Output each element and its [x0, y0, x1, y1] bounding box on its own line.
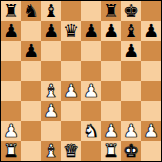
square-b5[interactable]	[21, 61, 41, 81]
square-h5[interactable]	[141, 61, 161, 81]
piece-black-rook: ♜	[103, 1, 119, 21]
square-c3[interactable]: ♟	[41, 101, 61, 121]
square-h7[interactable]: ♟	[141, 21, 161, 41]
piece-black-pawn: ♟	[43, 21, 59, 41]
square-e2[interactable]: ♞	[81, 121, 101, 141]
chess-board: ♜♞♝♜♚♟♟♛♟♟♝♟♟♟♝♟♟♟♟♞♟♟♟♜♝♛♜♚	[0, 0, 162, 162]
piece-white-pawn: ♟	[3, 121, 19, 141]
square-e7[interactable]: ♟	[81, 21, 101, 41]
square-a5[interactable]	[1, 61, 21, 81]
square-c1[interactable]: ♝	[41, 141, 61, 161]
piece-white-pawn: ♟	[103, 121, 119, 141]
square-g7[interactable]: ♝	[121, 21, 141, 41]
square-f2[interactable]: ♟	[101, 121, 121, 141]
piece-black-pawn: ♟	[123, 41, 139, 61]
square-a3[interactable]	[1, 101, 21, 121]
square-f1[interactable]: ♜	[101, 141, 121, 161]
square-f3[interactable]	[101, 101, 121, 121]
square-a2[interactable]: ♟	[1, 121, 21, 141]
square-d3[interactable]	[61, 101, 81, 121]
piece-white-pawn: ♟	[143, 121, 159, 141]
piece-black-pawn: ♟	[3, 21, 19, 41]
square-g1[interactable]: ♚	[121, 141, 141, 161]
square-f6[interactable]	[101, 41, 121, 61]
piece-white-knight: ♞	[83, 121, 99, 141]
square-e1[interactable]	[81, 141, 101, 161]
piece-black-queen: ♛	[63, 21, 79, 41]
square-b6[interactable]: ♟	[21, 41, 41, 61]
square-b7[interactable]	[21, 21, 41, 41]
piece-white-rook: ♜	[3, 141, 19, 161]
square-g8[interactable]: ♚	[121, 1, 141, 21]
square-b3[interactable]	[21, 101, 41, 121]
square-h8[interactable]	[141, 1, 161, 21]
square-e8[interactable]	[81, 1, 101, 21]
square-a8[interactable]: ♜	[1, 1, 21, 21]
square-d2[interactable]	[61, 121, 81, 141]
square-c5[interactable]	[41, 61, 61, 81]
piece-black-pawn: ♟	[23, 41, 39, 61]
square-c2[interactable]	[41, 121, 61, 141]
square-f7[interactable]: ♟	[101, 21, 121, 41]
square-b1[interactable]	[21, 141, 41, 161]
square-h4[interactable]	[141, 81, 161, 101]
square-b4[interactable]	[21, 81, 41, 101]
piece-white-bishop: ♝	[43, 141, 59, 161]
square-g5[interactable]	[121, 61, 141, 81]
square-f8[interactable]: ♜	[101, 1, 121, 21]
piece-black-rook: ♜	[3, 1, 19, 21]
square-e5[interactable]	[81, 61, 101, 81]
square-h1[interactable]	[141, 141, 161, 161]
piece-black-bishop: ♝	[123, 21, 139, 41]
piece-white-pawn: ♟	[63, 81, 79, 101]
square-d5[interactable]	[61, 61, 81, 81]
square-c6[interactable]	[41, 41, 61, 61]
square-d8[interactable]	[61, 1, 81, 21]
piece-white-rook: ♜	[103, 141, 119, 161]
square-g4[interactable]	[121, 81, 141, 101]
square-d6[interactable]	[61, 41, 81, 61]
square-c7[interactable]: ♟	[41, 21, 61, 41]
square-f4[interactable]	[101, 81, 121, 101]
square-c8[interactable]: ♝	[41, 1, 61, 21]
piece-white-bishop: ♝	[43, 81, 59, 101]
square-e3[interactable]	[81, 101, 101, 121]
square-d4[interactable]: ♟	[61, 81, 81, 101]
chess-board-window: ♜♞♝♜♚♟♟♛♟♟♝♟♟♟♝♟♟♟♟♞♟♟♟♜♝♛♜♚	[0, 0, 162, 162]
square-d7[interactable]: ♛	[61, 21, 81, 41]
piece-white-pawn: ♟	[123, 121, 139, 141]
square-e6[interactable]	[81, 41, 101, 61]
piece-white-king: ♚	[123, 141, 139, 161]
square-g6[interactable]: ♟	[121, 41, 141, 61]
piece-white-pawn: ♟	[83, 81, 99, 101]
square-b8[interactable]: ♞	[21, 1, 41, 21]
piece-black-pawn: ♟	[143, 21, 159, 41]
square-f5[interactable]	[101, 61, 121, 81]
square-h2[interactable]: ♟	[141, 121, 161, 141]
square-a4[interactable]	[1, 81, 21, 101]
piece-black-king: ♚	[123, 1, 139, 21]
square-e4[interactable]: ♟	[81, 81, 101, 101]
piece-black-pawn: ♟	[103, 21, 119, 41]
square-a6[interactable]	[1, 41, 21, 61]
square-b2[interactable]	[21, 121, 41, 141]
square-c4[interactable]: ♝	[41, 81, 61, 101]
square-g3[interactable]	[121, 101, 141, 121]
piece-white-pawn: ♟	[43, 101, 59, 121]
square-a1[interactable]: ♜	[1, 141, 21, 161]
square-h3[interactable]	[141, 101, 161, 121]
square-a7[interactable]: ♟	[1, 21, 21, 41]
piece-white-queen: ♛	[63, 141, 79, 161]
piece-black-knight: ♞	[23, 1, 39, 21]
square-g2[interactable]: ♟	[121, 121, 141, 141]
piece-black-bishop: ♝	[43, 1, 59, 21]
square-d1[interactable]: ♛	[61, 141, 81, 161]
square-h6[interactable]	[141, 41, 161, 61]
piece-black-pawn: ♟	[83, 21, 99, 41]
